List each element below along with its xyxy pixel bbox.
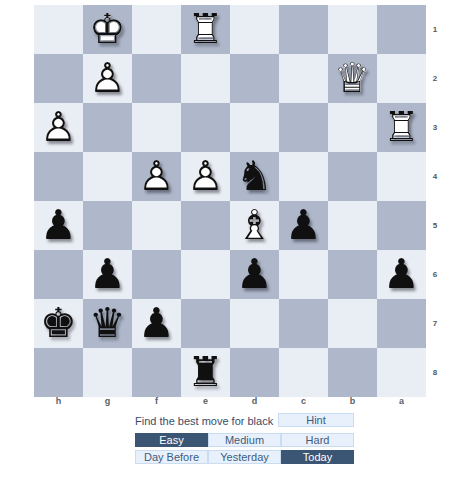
- square-f6[interactable]: [132, 250, 181, 299]
- file-labels: hgfedcba: [34, 395, 426, 407]
- piece-black-pawn[interactable]: ♟: [377, 250, 426, 299]
- square-b5[interactable]: [328, 201, 377, 250]
- square-g3[interactable]: [83, 103, 132, 152]
- square-a2[interactable]: [377, 54, 426, 103]
- square-e4[interactable]: ♟♙: [181, 152, 230, 201]
- square-a8[interactable]: [377, 348, 426, 397]
- square-h7[interactable]: ♚: [34, 299, 83, 348]
- square-b1[interactable]: [328, 5, 377, 54]
- difficulty-easy-button[interactable]: Easy: [135, 433, 208, 447]
- today-button[interactable]: Today: [281, 450, 354, 464]
- square-e1[interactable]: ♜♖: [181, 5, 230, 54]
- file-label-a: a: [377, 395, 426, 407]
- square-f2[interactable]: [132, 54, 181, 103]
- piece-white-pawn[interactable]: ♟♙: [181, 152, 230, 201]
- piece-white-rook[interactable]: ♜♖: [377, 103, 426, 152]
- piece-black-pawn[interactable]: ♟: [132, 299, 181, 348]
- rank-label-7: 7: [428, 299, 442, 348]
- rank-label-2: 2: [428, 54, 442, 103]
- piece-black-pawn[interactable]: ♟: [230, 250, 279, 299]
- file-label-c: c: [279, 395, 328, 407]
- square-e8[interactable]: ♜: [181, 348, 230, 397]
- square-g4[interactable]: [83, 152, 132, 201]
- square-d2[interactable]: [230, 54, 279, 103]
- square-f4[interactable]: ♟♙: [132, 152, 181, 201]
- square-a5[interactable]: [377, 201, 426, 250]
- square-h5[interactable]: ♟: [34, 201, 83, 250]
- piece-white-rook[interactable]: ♜♖: [181, 5, 230, 54]
- square-e2[interactable]: [181, 54, 230, 103]
- square-c2[interactable]: [279, 54, 328, 103]
- square-d7[interactable]: [230, 299, 279, 348]
- piece-black-pawn[interactable]: ♟: [279, 201, 328, 250]
- puzzle-prompt: Find the best move for black: [135, 414, 273, 428]
- square-f7[interactable]: ♟: [132, 299, 181, 348]
- piece-black-queen[interactable]: ♛: [83, 299, 132, 348]
- square-a1[interactable]: [377, 5, 426, 54]
- square-d5[interactable]: ♝♗: [230, 201, 279, 250]
- rank-label-8: 8: [428, 348, 442, 397]
- file-label-d: d: [230, 395, 279, 407]
- square-c1[interactable]: [279, 5, 328, 54]
- square-c5[interactable]: ♟: [279, 201, 328, 250]
- piece-black-rook[interactable]: ♜: [181, 348, 230, 397]
- square-c7[interactable]: [279, 299, 328, 348]
- square-b4[interactable]: [328, 152, 377, 201]
- square-c4[interactable]: [279, 152, 328, 201]
- square-a7[interactable]: [377, 299, 426, 348]
- file-label-e: e: [181, 395, 230, 407]
- difficulty-medium-button[interactable]: Medium: [208, 433, 281, 447]
- rank-labels: 12345678: [428, 5, 442, 397]
- rank-label-1: 1: [428, 5, 442, 54]
- piece-white-pawn[interactable]: ♟♙: [132, 152, 181, 201]
- square-e5[interactable]: [181, 201, 230, 250]
- square-g8[interactable]: [83, 348, 132, 397]
- square-g2[interactable]: ♟♙: [83, 54, 132, 103]
- square-d6[interactable]: ♟: [230, 250, 279, 299]
- square-b8[interactable]: [328, 348, 377, 397]
- square-d4[interactable]: ♞: [230, 152, 279, 201]
- rank-label-3: 3: [428, 103, 442, 152]
- square-d8[interactable]: [230, 348, 279, 397]
- square-b2[interactable]: ♛♕: [328, 54, 377, 103]
- piece-black-pawn[interactable]: ♟: [34, 201, 83, 250]
- square-c6[interactable]: [279, 250, 328, 299]
- square-b6[interactable]: [328, 250, 377, 299]
- square-f8[interactable]: [132, 348, 181, 397]
- day-before-button[interactable]: Day Before: [135, 450, 208, 464]
- hint-button[interactable]: Hint: [278, 413, 354, 427]
- file-label-b: b: [328, 395, 377, 407]
- square-g5[interactable]: [83, 201, 132, 250]
- piece-white-pawn[interactable]: ♟♙: [83, 54, 132, 103]
- difficulty-hard-button[interactable]: Hard: [281, 433, 354, 447]
- square-b7[interactable]: [328, 299, 377, 348]
- square-f1[interactable]: [132, 5, 181, 54]
- piece-black-king[interactable]: ♚: [34, 299, 83, 348]
- file-label-f: f: [132, 395, 181, 407]
- square-h4[interactable]: [34, 152, 83, 201]
- square-a6[interactable]: ♟: [377, 250, 426, 299]
- rank-label-6: 6: [428, 250, 442, 299]
- square-e3[interactable]: [181, 103, 230, 152]
- file-label-g: g: [83, 395, 132, 407]
- square-d1[interactable]: [230, 5, 279, 54]
- square-b3[interactable]: [328, 103, 377, 152]
- square-h2[interactable]: [34, 54, 83, 103]
- rank-label-5: 5: [428, 201, 442, 250]
- rank-label-4: 4: [428, 152, 442, 201]
- square-g1[interactable]: ♚♔: [83, 5, 132, 54]
- square-e6[interactable]: [181, 250, 230, 299]
- square-h3[interactable]: ♟♙: [34, 103, 83, 152]
- yesterday-button[interactable]: Yesterday: [208, 450, 281, 464]
- piece-black-knight[interactable]: ♞: [230, 152, 279, 201]
- piece-white-queen[interactable]: ♛♕: [328, 54, 377, 103]
- square-f3[interactable]: [132, 103, 181, 152]
- piece-white-pawn[interactable]: ♟♙: [34, 103, 83, 152]
- piece-black-pawn[interactable]: ♟: [83, 250, 132, 299]
- piece-white-king[interactable]: ♚♔: [83, 5, 132, 54]
- chess-board: ♚♔♜♖♟♙♛♕♟♙♜♖♟♙♟♙♞♟♝♗♟♟♟♟♚♛♟♜: [34, 5, 426, 397]
- piece-white-bishop[interactable]: ♝♗: [230, 201, 279, 250]
- square-g7[interactable]: ♛: [83, 299, 132, 348]
- square-d3[interactable]: [230, 103, 279, 152]
- square-h1[interactable]: [34, 5, 83, 54]
- square-c3[interactable]: [279, 103, 328, 152]
- square-h6[interactable]: [34, 250, 83, 299]
- square-g6[interactable]: ♟: [83, 250, 132, 299]
- square-e7[interactable]: [181, 299, 230, 348]
- square-a4[interactable]: [377, 152, 426, 201]
- file-label-h: h: [34, 395, 83, 407]
- square-f5[interactable]: [132, 201, 181, 250]
- square-c8[interactable]: [279, 348, 328, 397]
- square-h8[interactable]: [34, 348, 83, 397]
- square-a3[interactable]: ♜♖: [377, 103, 426, 152]
